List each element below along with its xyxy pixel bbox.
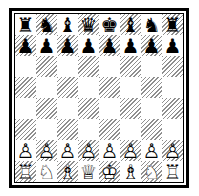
- piece-white-pawn-fill: ♟: [36, 140, 57, 161]
- square-e6[interactable]: [99, 56, 120, 77]
- piece-white-knight-fill: ♞: [36, 161, 57, 182]
- square-d8[interactable]: ♛: [78, 14, 99, 35]
- piece-white-pawn-fill: ♟: [162, 140, 183, 161]
- square-d3[interactable]: [78, 119, 99, 140]
- square-b6[interactable]: [36, 56, 57, 77]
- square-h6[interactable]: [162, 56, 183, 77]
- square-e4[interactable]: [99, 98, 120, 119]
- square-f4[interactable]: [120, 98, 141, 119]
- square-c1[interactable]: ♝♗: [57, 161, 78, 182]
- square-f7[interactable]: ♟: [120, 35, 141, 56]
- square-d7[interactable]: ♟: [78, 35, 99, 56]
- square-a8[interactable]: ♜: [15, 14, 36, 35]
- piece-white-pawn-fill: ♟: [99, 140, 120, 161]
- square-d4[interactable]: [78, 98, 99, 119]
- square-c7[interactable]: ♟: [57, 35, 78, 56]
- piece-black-pawn: ♟: [15, 35, 36, 56]
- square-d5[interactable]: [78, 77, 99, 98]
- square-h8[interactable]: ♜: [162, 14, 183, 35]
- piece-black-rook: ♜: [15, 14, 36, 35]
- square-a1[interactable]: ♜♖: [15, 161, 36, 182]
- piece-white-king: ♔: [99, 161, 120, 182]
- piece-white-rook: ♖: [162, 161, 183, 182]
- piece-white-bishop: ♗: [120, 161, 141, 182]
- square-e8[interactable]: ♚: [99, 14, 120, 35]
- piece-black-rook: ♜: [162, 14, 183, 35]
- square-d6[interactable]: [78, 56, 99, 77]
- square-h5[interactable]: [162, 77, 183, 98]
- piece-black-pawn: ♟: [99, 35, 120, 56]
- piece-white-rook: ♖: [15, 161, 36, 182]
- board-grid: ♜♞♝♛♚♝♞♜♟♟♟♟♟♟♟♟♟♙♟♙♟♙♟♙♟♙♟♙♟♙♟♙♜♖♞♘♝♗♛♕…: [14, 13, 184, 183]
- square-g2[interactable]: ♟♙: [141, 140, 162, 161]
- piece-white-pawn-fill: ♟: [120, 140, 141, 161]
- piece-white-bishop-fill: ♝: [120, 161, 141, 182]
- square-b5[interactable]: [36, 77, 57, 98]
- square-b2[interactable]: ♟♙: [36, 140, 57, 161]
- square-e2[interactable]: ♟♙: [99, 140, 120, 161]
- piece-white-bishop-fill: ♝: [57, 161, 78, 182]
- square-d2[interactable]: ♟♙: [78, 140, 99, 161]
- piece-black-pawn: ♟: [36, 35, 57, 56]
- square-h1[interactable]: ♜♖: [162, 161, 183, 182]
- square-f6[interactable]: [120, 56, 141, 77]
- piece-white-knight: ♘: [36, 161, 57, 182]
- square-b8[interactable]: ♞: [36, 14, 57, 35]
- piece-black-pawn: ♟: [141, 35, 162, 56]
- piece-white-pawn: ♙: [78, 140, 99, 161]
- square-b3[interactable]: [36, 119, 57, 140]
- piece-black-pawn: ♟: [78, 35, 99, 56]
- piece-white-queen: ♕: [78, 161, 99, 182]
- square-h7[interactable]: ♟: [162, 35, 183, 56]
- square-g4[interactable]: [141, 98, 162, 119]
- piece-white-knight: ♘: [141, 161, 162, 182]
- square-d1[interactable]: ♛♕: [78, 161, 99, 182]
- square-g8[interactable]: ♞: [141, 14, 162, 35]
- piece-black-pawn: ♟: [120, 35, 141, 56]
- square-c2[interactable]: ♟♙: [57, 140, 78, 161]
- square-e1[interactable]: ♚♔: [99, 161, 120, 182]
- piece-white-pawn: ♙: [141, 140, 162, 161]
- square-a3[interactable]: [15, 119, 36, 140]
- square-f3[interactable]: [120, 119, 141, 140]
- square-g1[interactable]: ♞♘: [141, 161, 162, 182]
- square-g6[interactable]: [141, 56, 162, 77]
- piece-white-bishop: ♗: [57, 161, 78, 182]
- square-a7[interactable]: ♟: [15, 35, 36, 56]
- square-a6[interactable]: [15, 56, 36, 77]
- square-g5[interactable]: [141, 77, 162, 98]
- square-a4[interactable]: [15, 98, 36, 119]
- square-f1[interactable]: ♝♗: [120, 161, 141, 182]
- piece-black-knight: ♞: [141, 14, 162, 35]
- square-b7[interactable]: ♟: [36, 35, 57, 56]
- piece-black-king: ♚: [99, 14, 120, 35]
- square-b1[interactable]: ♞♘: [36, 161, 57, 182]
- square-c6[interactable]: [57, 56, 78, 77]
- square-g3[interactable]: [141, 119, 162, 140]
- square-f2[interactable]: ♟♙: [120, 140, 141, 161]
- piece-white-pawn-fill: ♟: [78, 140, 99, 161]
- square-h4[interactable]: [162, 98, 183, 119]
- square-g7[interactable]: ♟: [141, 35, 162, 56]
- piece-black-knight: ♞: [36, 14, 57, 35]
- square-e5[interactable]: [99, 77, 120, 98]
- square-f8[interactable]: ♝: [120, 14, 141, 35]
- piece-white-pawn: ♙: [99, 140, 120, 161]
- piece-white-pawn-fill: ♟: [141, 140, 162, 161]
- piece-black-pawn: ♟: [162, 35, 183, 56]
- square-c4[interactable]: [57, 98, 78, 119]
- square-c5[interactable]: [57, 77, 78, 98]
- piece-white-pawn: ♙: [36, 140, 57, 161]
- piece-white-pawn: ♙: [162, 140, 183, 161]
- piece-white-queen-fill: ♛: [78, 161, 99, 182]
- square-a5[interactable]: [15, 77, 36, 98]
- piece-white-rook-fill: ♜: [15, 161, 36, 182]
- piece-white-king-fill: ♚: [99, 161, 120, 182]
- piece-black-bishop: ♝: [57, 14, 78, 35]
- piece-black-bishop: ♝: [120, 14, 141, 35]
- piece-white-rook-fill: ♜: [162, 161, 183, 182]
- piece-white-knight-fill: ♞: [141, 161, 162, 182]
- square-b4[interactable]: [36, 98, 57, 119]
- chess-board: ♜♞♝♛♚♝♞♜♟♟♟♟♟♟♟♟♟♙♟♙♟♙♟♙♟♙♟♙♟♙♟♙♜♖♞♘♝♗♛♕…: [9, 8, 189, 188]
- piece-white-pawn: ♙: [120, 140, 141, 161]
- square-h2[interactable]: ♟♙: [162, 140, 183, 161]
- square-h3[interactable]: [162, 119, 183, 140]
- piece-black-queen: ♛: [78, 14, 99, 35]
- piece-white-pawn-fill: ♟: [57, 140, 78, 161]
- square-e7[interactable]: ♟: [99, 35, 120, 56]
- square-e3[interactable]: [99, 119, 120, 140]
- piece-white-pawn: ♙: [57, 140, 78, 161]
- piece-black-pawn: ♟: [57, 35, 78, 56]
- square-a2[interactable]: ♟♙: [15, 140, 36, 161]
- square-c8[interactable]: ♝: [57, 14, 78, 35]
- square-c3[interactable]: [57, 119, 78, 140]
- piece-white-pawn: ♙: [15, 140, 36, 161]
- piece-white-pawn-fill: ♟: [15, 140, 36, 161]
- square-f5[interactable]: [120, 77, 141, 98]
